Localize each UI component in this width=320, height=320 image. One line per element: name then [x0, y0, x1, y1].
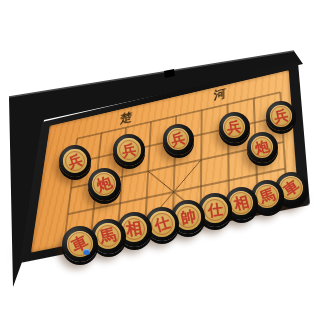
piece-red-soldier-g4[interactable]: 兵: [219, 112, 250, 143]
piece-face: 兵: [167, 128, 190, 151]
piece-face: 馬: [95, 223, 121, 249]
piece-face: 兵: [63, 149, 87, 173]
piece-red-soldier-i4[interactable]: 兵: [266, 101, 296, 131]
piece-face: 炮: [92, 172, 116, 196]
piece-red-soldier-a4[interactable]: 兵: [59, 145, 91, 177]
blue-brand-dot: [83, 249, 90, 255]
piece-face: 馬: [255, 184, 279, 208]
piece-red-chariot-a1[interactable]: 車: [62, 226, 98, 262]
piece-face: 相: [229, 191, 253, 215]
piece-face: 炮: [251, 136, 274, 159]
piece-face: 帥: [175, 204, 200, 229]
piece-face: 兵: [270, 105, 292, 127]
piece-red-soldier-c4[interactable]: 兵: [113, 134, 145, 166]
product-photo: 楚 河 兵兵兵炮兵兵炮車馬相仕帥仕相馬車: [0, 0, 320, 320]
piece-face: 仕: [149, 211, 174, 236]
piece-red-soldier-e4[interactable]: 兵: [163, 124, 194, 155]
piece-red-cannon-h3[interactable]: 炮: [247, 132, 278, 163]
piece-face: 兵: [117, 138, 141, 162]
piece-face: 仕: [202, 197, 227, 222]
piece-red-cannon-b3[interactable]: 炮: [88, 168, 121, 201]
piece-face: 兵: [223, 116, 246, 139]
